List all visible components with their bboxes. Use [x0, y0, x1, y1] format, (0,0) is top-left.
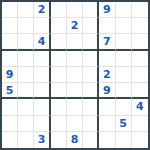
cell-r5c3[interactable]	[34, 67, 50, 83]
cell-r6c2[interactable]	[18, 83, 34, 99]
cell-r3c7[interactable]: 7	[99, 34, 115, 50]
cell-r1c1[interactable]	[2, 2, 18, 18]
cell-r9c8[interactable]	[116, 132, 132, 148]
cell-r8c6[interactable]	[83, 116, 99, 132]
cell-r9c9[interactable]	[132, 132, 148, 148]
cell-r4c3[interactable]	[34, 51, 50, 67]
cell-r8c5[interactable]	[67, 116, 83, 132]
cell-r6c3[interactable]	[34, 83, 50, 99]
cell-r2c3[interactable]	[34, 18, 50, 34]
cell-r8c7[interactable]	[99, 116, 115, 132]
cell-r7c5[interactable]	[67, 99, 83, 115]
cell-r6c1[interactable]: 5	[2, 83, 18, 99]
cell-r6c8[interactable]	[116, 83, 132, 99]
cell-r7c7[interactable]	[99, 99, 115, 115]
cell-r2c1[interactable]	[2, 18, 18, 34]
cell-r3c4[interactable]	[51, 34, 67, 50]
cell-r8c3[interactable]	[34, 116, 50, 132]
cell-r5c9[interactable]	[132, 67, 148, 83]
cell-r2c9[interactable]	[132, 18, 148, 34]
cell-r2c5[interactable]: 2	[67, 18, 83, 34]
cell-r5c4[interactable]	[51, 67, 67, 83]
cell-r7c6[interactable]	[83, 99, 99, 115]
cell-r5c1[interactable]: 9	[2, 67, 18, 83]
cell-r9c7[interactable]	[99, 132, 115, 148]
cell-r9c5[interactable]: 8	[67, 132, 83, 148]
cell-r1c3[interactable]: 2	[34, 2, 50, 18]
cell-r7c9[interactable]: 4	[132, 99, 148, 115]
cell-r7c4[interactable]	[51, 99, 67, 115]
cell-r5c2[interactable]	[18, 67, 34, 83]
cell-r7c8[interactable]	[116, 99, 132, 115]
cell-r1c4[interactable]	[51, 2, 67, 18]
cell-r4c8[interactable]	[116, 51, 132, 67]
cell-r7c1[interactable]	[2, 99, 18, 115]
cell-r6c6[interactable]	[83, 83, 99, 99]
cell-r8c9[interactable]	[132, 116, 148, 132]
cell-r7c3[interactable]	[34, 99, 50, 115]
cell-r9c2[interactable]	[18, 132, 34, 148]
cell-r3c5[interactable]	[67, 34, 83, 50]
cell-r4c1[interactable]	[2, 51, 18, 67]
cell-r1c2[interactable]	[18, 2, 34, 18]
cell-r6c7[interactable]: 9	[99, 83, 115, 99]
cell-r5c7[interactable]: 2	[99, 67, 115, 83]
cell-r2c7[interactable]	[99, 18, 115, 34]
cell-r5c8[interactable]	[116, 67, 132, 83]
cell-r8c1[interactable]	[2, 116, 18, 132]
cell-r3c9[interactable]	[132, 34, 148, 50]
cell-r1c5[interactable]	[67, 2, 83, 18]
cell-r8c4[interactable]	[51, 116, 67, 132]
cell-r3c1[interactable]	[2, 34, 18, 50]
cell-r5c5[interactable]	[67, 67, 83, 83]
cell-r1c7[interactable]: 9	[99, 2, 115, 18]
cell-r2c4[interactable]	[51, 18, 67, 34]
sudoku-board: 2924792594538	[0, 0, 150, 150]
cell-r3c3[interactable]: 4	[34, 34, 50, 50]
cell-r4c4[interactable]	[51, 51, 67, 67]
cell-r5c6[interactable]	[83, 67, 99, 83]
cell-r4c9[interactable]	[132, 51, 148, 67]
cell-r4c6[interactable]	[83, 51, 99, 67]
cell-r7c2[interactable]	[18, 99, 34, 115]
cell-r6c4[interactable]	[51, 83, 67, 99]
cell-r6c5[interactable]	[67, 83, 83, 99]
cell-r3c8[interactable]	[116, 34, 132, 50]
cell-r4c7[interactable]	[99, 51, 115, 67]
cell-r8c8[interactable]: 5	[116, 116, 132, 132]
cell-r9c3[interactable]: 3	[34, 132, 50, 148]
cell-r4c5[interactable]	[67, 51, 83, 67]
cell-r2c2[interactable]	[18, 18, 34, 34]
cell-r3c6[interactable]	[83, 34, 99, 50]
cell-r9c1[interactable]	[2, 132, 18, 148]
cell-r6c9[interactable]	[132, 83, 148, 99]
cell-r3c2[interactable]	[18, 34, 34, 50]
cell-r4c2[interactable]	[18, 51, 34, 67]
cell-r2c8[interactable]	[116, 18, 132, 34]
cell-r9c6[interactable]	[83, 132, 99, 148]
cell-r9c4[interactable]	[51, 132, 67, 148]
cell-r8c2[interactable]	[18, 116, 34, 132]
cell-r1c8[interactable]	[116, 2, 132, 18]
cell-r2c6[interactable]	[83, 18, 99, 34]
cell-r1c9[interactable]	[132, 2, 148, 18]
cell-r1c6[interactable]	[83, 2, 99, 18]
